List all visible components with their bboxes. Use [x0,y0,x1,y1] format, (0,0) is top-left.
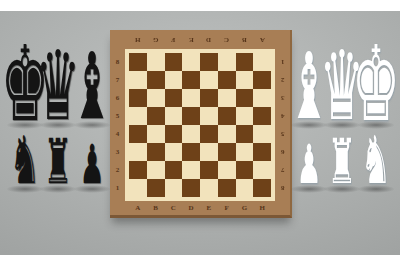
square-c2[interactable] [165,161,183,179]
board-grid [129,53,271,197]
file-label: F [224,204,228,212]
file-label: A [260,36,265,44]
rank-label: 8 [116,58,120,66]
file-label: C [224,36,229,44]
black-rook-glyph: ♜ [44,131,73,193]
rank-label: 3 [116,148,120,156]
square-b4[interactable] [147,125,165,143]
square-g8[interactable] [236,53,254,71]
square-h7[interactable] [253,71,271,89]
black-queen-piece[interactable]: ♛ [42,38,75,122]
square-d8[interactable] [182,53,200,71]
square-f3[interactable] [218,143,236,161]
square-e4[interactable] [200,125,218,143]
white-knight-piece[interactable]: ♞ [359,132,392,186]
file-label: B [242,36,247,44]
file-label: C [171,204,176,212]
square-g7[interactable] [236,71,254,89]
square-g3[interactable] [236,143,254,161]
white-pawn-glyph: ♟ [296,138,321,192]
chess-scene: HGFEDCBA 87654321 12345678 ABCDEFGH ♚♛♝ … [0,0,400,266]
file-label: E [189,36,194,44]
rank-label: 6 [281,148,285,156]
square-b5[interactable] [147,107,165,125]
rank-label: 5 [281,130,285,138]
square-g5[interactable] [236,107,254,125]
square-e3[interactable] [200,143,218,161]
square-c4[interactable] [165,125,183,143]
white-knight-glyph: ♞ [360,128,391,194]
square-a4[interactable] [129,125,147,143]
square-b8[interactable] [147,53,165,71]
square-f4[interactable] [218,125,236,143]
square-c7[interactable] [165,71,183,89]
rank-label: 7 [281,166,285,174]
square-f1[interactable] [218,179,236,197]
file-labels-bottom: ABCDEFGH [125,201,275,215]
square-a1[interactable] [129,179,147,197]
black-bishop-glyph: ♝ [70,41,113,133]
square-f6[interactable] [218,89,236,107]
square-e7[interactable] [200,71,218,89]
rank-label: 1 [281,58,285,66]
square-d1[interactable] [182,179,200,197]
file-label: D [206,36,211,44]
square-h2[interactable] [253,161,271,179]
white-king-glyph: ♚ [351,32,399,136]
square-c8[interactable] [165,53,183,71]
rank-label: 1 [116,184,120,192]
square-f5[interactable] [218,107,236,125]
file-label: H [259,204,264,212]
square-h3[interactable] [253,143,271,161]
white-rook-glyph: ♜ [328,131,357,193]
chess-board: HGFEDCBA 87654321 12345678 ABCDEFGH [110,30,292,218]
square-a8[interactable] [129,53,147,71]
board-inner-margin [125,49,275,201]
rank-label: 7 [116,76,120,84]
square-e5[interactable] [200,107,218,125]
square-c6[interactable] [165,89,183,107]
square-b3[interactable] [147,143,165,161]
square-f7[interactable] [218,71,236,89]
square-a5[interactable] [129,107,147,125]
file-label: D [189,204,194,212]
rank-label: 2 [281,76,285,84]
square-a3[interactable] [129,143,147,161]
square-b1[interactable] [147,179,165,197]
file-labels-top: HGFEDCBA [125,30,275,49]
square-b7[interactable] [147,71,165,89]
file-label: G [242,204,247,212]
black-rook-piece[interactable]: ♜ [42,132,75,186]
square-h4[interactable] [253,125,271,143]
white-rook-piece[interactable]: ♜ [326,132,359,186]
file-label: F [171,36,175,44]
square-d2[interactable] [182,161,200,179]
rank-label: 3 [281,94,285,102]
square-e2[interactable] [200,161,218,179]
square-d6[interactable] [182,89,200,107]
file-label: H [135,36,140,44]
square-h6[interactable] [253,89,271,107]
rank-label: 2 [116,166,120,174]
black-pawn-glyph: ♟ [79,138,104,192]
square-d3[interactable] [182,143,200,161]
square-f8[interactable] [218,53,236,71]
rank-label: 8 [281,184,285,192]
square-f2[interactable] [218,161,236,179]
square-e6[interactable] [200,89,218,107]
square-g1[interactable] [236,179,254,197]
square-g4[interactable] [236,125,254,143]
black-bishop-piece[interactable]: ♝ [75,38,108,122]
rank-label: 4 [281,112,285,120]
square-h5[interactable] [253,107,271,125]
square-d5[interactable] [182,107,200,125]
square-h1[interactable] [253,179,271,197]
white-tray-row-1: ♝♛♚ [292,38,392,122]
square-d7[interactable] [182,71,200,89]
black-knight-piece[interactable]: ♞ [8,132,41,186]
square-c1[interactable] [165,179,183,197]
file-label: E [207,204,212,212]
black-pawn-piece[interactable]: ♟ [75,132,108,186]
file-label: G [153,36,158,44]
square-h8[interactable] [253,53,271,71]
black-tray-row-2: ♞♜♟ [8,132,108,186]
black-knight-glyph: ♞ [9,128,40,194]
square-e1[interactable] [200,179,218,197]
square-d4[interactable] [182,125,200,143]
square-g6[interactable] [236,89,254,107]
white-pawn-piece[interactable]: ♟ [292,132,325,186]
square-c3[interactable] [165,143,183,161]
black-tray-row-1: ♚♛♝ [8,38,108,122]
rank-label: 6 [116,94,120,102]
rank-label: 4 [116,130,120,138]
white-king-piece[interactable]: ♚ [359,38,392,122]
square-e8[interactable] [200,53,218,71]
file-label: A [135,204,140,212]
square-b6[interactable] [147,89,165,107]
square-a7[interactable] [129,71,147,89]
square-a6[interactable] [129,89,147,107]
square-g2[interactable] [236,161,254,179]
white-tray-row-2: ♟♜♞ [292,132,392,186]
square-c5[interactable] [165,107,183,125]
square-b2[interactable] [147,161,165,179]
file-label: B [153,204,158,212]
square-a2[interactable] [129,161,147,179]
rank-label: 5 [116,112,120,120]
